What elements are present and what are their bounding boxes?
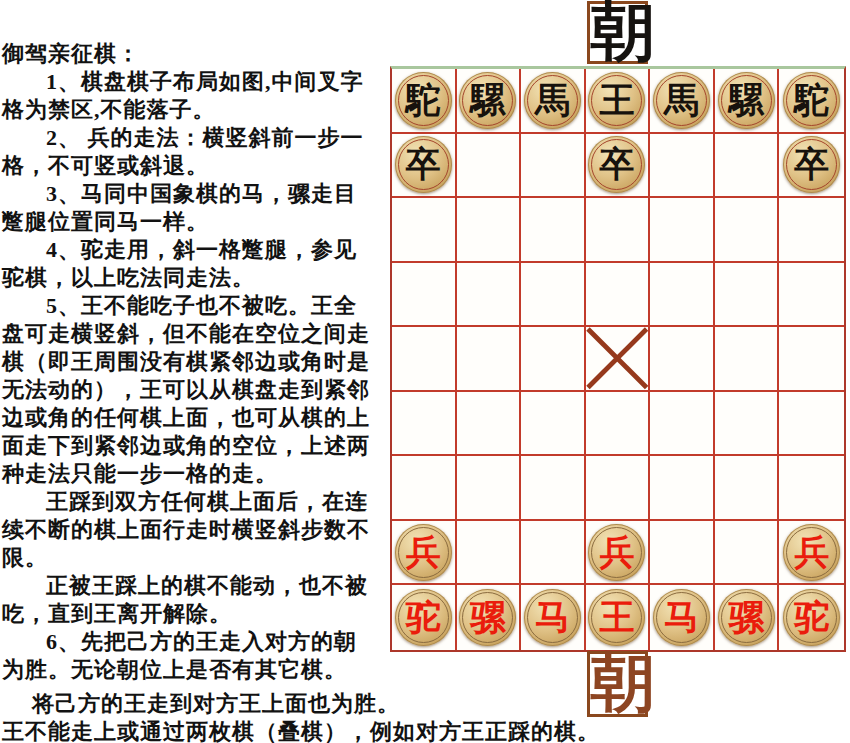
rule-line: 王不能走上或通过两枚棋（叠棋），例如对方王正踩的棋。: [2, 718, 848, 743]
board-cell-r2c7[interactable]: 卒: [779, 134, 844, 199]
board-cell-r6c4[interactable]: [586, 392, 651, 457]
forbidden-cross-icon: [586, 327, 649, 390]
red-piece-王[interactable]: 王: [588, 589, 645, 646]
board-cell-r1c6[interactable]: 騾: [715, 69, 780, 134]
black-piece-卒[interactable]: 卒: [588, 136, 645, 193]
piece-label: 馬: [664, 83, 699, 118]
board-cell-r2c4[interactable]: 卒: [586, 134, 651, 199]
zhao-label-top: 朝: [591, 0, 655, 63]
rule-line: 将己方的王走到对方王上面也为胜。: [2, 690, 848, 718]
board-cell-r1c3[interactable]: 馬: [521, 69, 586, 134]
board-cell-r7c6[interactable]: [715, 456, 780, 521]
red-piece-马[interactable]: 马: [524, 589, 581, 646]
board-cell-r1c2[interactable]: 騾: [457, 69, 522, 134]
board-cell-r6c5[interactable]: [650, 392, 715, 457]
red-piece-骡[interactable]: 骡: [718, 589, 775, 646]
black-piece-王[interactable]: 王: [588, 72, 645, 129]
board-cell-r2c5[interactable]: [650, 134, 715, 199]
board-cell-r5c5[interactable]: [650, 327, 715, 392]
board-cell-r6c2[interactable]: [457, 392, 522, 457]
black-piece-駝[interactable]: 駝: [395, 72, 452, 129]
board-cell-r9c3[interactable]: 马: [521, 585, 586, 650]
board-cell-r4c2[interactable]: [457, 263, 522, 328]
board-cell-r5c3[interactable]: [521, 327, 586, 392]
piece-label: 马: [664, 600, 699, 635]
piece-label: 卒: [794, 147, 829, 182]
board-cell-r6c1[interactable]: [392, 392, 457, 457]
black-piece-騾[interactable]: 騾: [718, 72, 775, 129]
board-cell-r7c1[interactable]: [392, 456, 457, 521]
board-cell-r4c4[interactable]: [586, 263, 651, 328]
board-cell-r3c5[interactable]: [650, 198, 715, 263]
board-cell-r3c2[interactable]: [457, 198, 522, 263]
board-cell-r8c7[interactable]: 兵: [779, 521, 844, 586]
board-cell-r2c1[interactable]: 卒: [392, 134, 457, 199]
board-cell-r9c2[interactable]: 骡: [457, 585, 522, 650]
board-cell-r9c5[interactable]: 马: [650, 585, 715, 650]
piece-label: 骡: [729, 600, 764, 635]
board-cell-r9c1[interactable]: 驼: [392, 585, 457, 650]
board-cell-r3c4[interactable]: [586, 198, 651, 263]
board-cell-r7c2[interactable]: [457, 456, 522, 521]
board-cell-r5c1[interactable]: [392, 327, 457, 392]
black-piece-卒[interactable]: 卒: [783, 136, 840, 193]
red-piece-马[interactable]: 马: [653, 589, 710, 646]
piece-label: 马: [535, 600, 570, 635]
board-cell-r7c5[interactable]: [650, 456, 715, 521]
board-cell-r6c6[interactable]: [715, 392, 780, 457]
board-cell-r4c3[interactable]: [521, 263, 586, 328]
zhao-box-bottom: 朝: [587, 651, 648, 717]
piece-label: 兵: [599, 535, 634, 570]
board-cell-r7c3[interactable]: [521, 456, 586, 521]
board-cell-r2c2[interactable]: [457, 134, 522, 199]
board-cell-r8c5[interactable]: [650, 521, 715, 586]
black-piece-卒[interactable]: 卒: [395, 136, 452, 193]
red-piece-驼[interactable]: 驼: [395, 589, 452, 646]
black-piece-馬[interactable]: 馬: [653, 72, 710, 129]
board-cell-r3c1[interactable]: [392, 198, 457, 263]
board-cell-r7c4[interactable]: [586, 456, 651, 521]
zhao-box-top: 朝: [587, 1, 648, 64]
board-cell-r7c7[interactable]: [779, 456, 844, 521]
piece-label: 駝: [794, 83, 829, 118]
board-cell-r4c7[interactable]: [779, 263, 844, 328]
board-cell-r1c1[interactable]: 駝: [392, 69, 457, 134]
board-cell-r2c6[interactable]: [715, 134, 780, 199]
black-piece-駝[interactable]: 駝: [783, 72, 840, 129]
board-cell-r5c2[interactable]: [457, 327, 522, 392]
board-cell-r9c6[interactable]: 骡: [715, 585, 780, 650]
board-cell-r6c3[interactable]: [521, 392, 586, 457]
red-piece-兵[interactable]: 兵: [588, 524, 645, 581]
board-cell-r1c7[interactable]: 駝: [779, 69, 844, 134]
board-cell-r6c7[interactable]: [779, 392, 844, 457]
piece-label: 王: [599, 600, 634, 635]
board-cell-r3c3[interactable]: [521, 198, 586, 263]
board-cell-r9c4[interactable]: 王: [586, 585, 651, 650]
piece-label: 馬: [535, 83, 570, 118]
game-board: 駝騾馬王馬騾駝卒卒卒兵兵兵驼骡马王马骡驼: [390, 66, 846, 652]
red-piece-兵[interactable]: 兵: [395, 524, 452, 581]
piece-label: 驼: [406, 600, 441, 635]
rule-line: 御驾亲征棋：: [2, 40, 848, 68]
board-cell-r9c7[interactable]: 驼: [779, 585, 844, 650]
board-cell-r3c7[interactable]: [779, 198, 844, 263]
board-cell-r4c1[interactable]: [392, 263, 457, 328]
board-cell-r8c3[interactable]: [521, 521, 586, 586]
board-cell-r1c4[interactable]: 王: [586, 69, 651, 134]
board-cell-r8c4[interactable]: 兵: [586, 521, 651, 586]
piece-label: 卒: [406, 147, 441, 182]
board-cell-r8c6[interactable]: [715, 521, 780, 586]
red-piece-驼[interactable]: 驼: [783, 589, 840, 646]
rule-line: 为胜。无论朝位上是否有其它棋。: [2, 656, 848, 684]
board-cell-r3c6[interactable]: [715, 198, 780, 263]
board-cell-r4c5[interactable]: [650, 263, 715, 328]
piece-label: 駝: [406, 83, 441, 118]
black-piece-馬[interactable]: 馬: [524, 72, 581, 129]
board-cell-r5c4[interactable]: [586, 327, 651, 392]
board-cell-r5c7[interactable]: [779, 327, 844, 392]
piece-label: 王: [599, 83, 634, 118]
piece-label: 兵: [406, 535, 441, 570]
zhao-label-bottom: 朝: [591, 651, 655, 715]
piece-label: 騾: [729, 83, 764, 118]
board-cell-r4c6[interactable]: [715, 263, 780, 328]
piece-label: 骡: [470, 600, 505, 635]
red-piece-骡[interactable]: 骡: [459, 589, 516, 646]
board-cell-r5c6[interactable]: [715, 327, 780, 392]
board-cell-r8c1[interactable]: 兵: [392, 521, 457, 586]
board-cell-r1c5[interactable]: 馬: [650, 69, 715, 134]
piece-label: 驼: [794, 600, 829, 635]
black-piece-騾[interactable]: 騾: [459, 72, 516, 129]
piece-label: 騾: [470, 83, 505, 118]
piece-label: 兵: [794, 535, 829, 570]
red-piece-兵[interactable]: 兵: [783, 524, 840, 581]
board-cell-r2c3[interactable]: [521, 134, 586, 199]
board-cell-r8c2[interactable]: [457, 521, 522, 586]
piece-label: 卒: [599, 147, 634, 182]
